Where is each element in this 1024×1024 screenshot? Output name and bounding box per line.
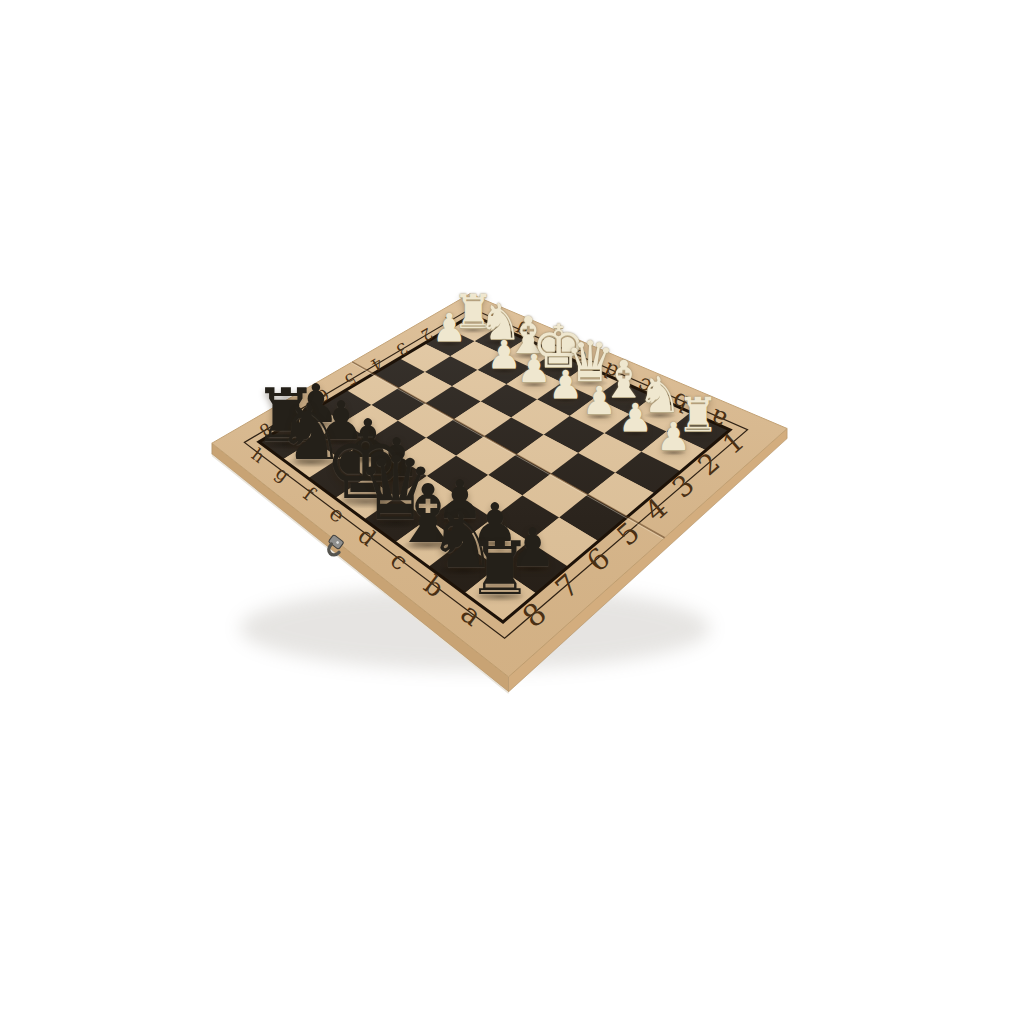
- product-photo-stage: hhggffeeddccbbaa1122334455667788 ♜♞♝♛♚♝♞…: [0, 0, 1024, 1024]
- chessboard: hhggffeeddccbbaa1122334455667788: [0, 0, 1024, 1024]
